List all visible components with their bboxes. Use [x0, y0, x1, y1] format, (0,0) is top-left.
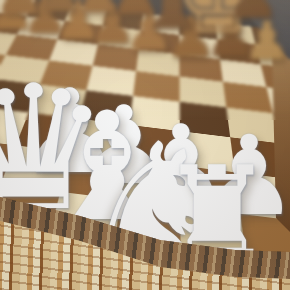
chess-photo-scene: ♟♟♟♟♟♟♟♟♟♟♟♟♝♚♟ ♟♟♟♟♛♝♞♜	[0, 0, 290, 290]
